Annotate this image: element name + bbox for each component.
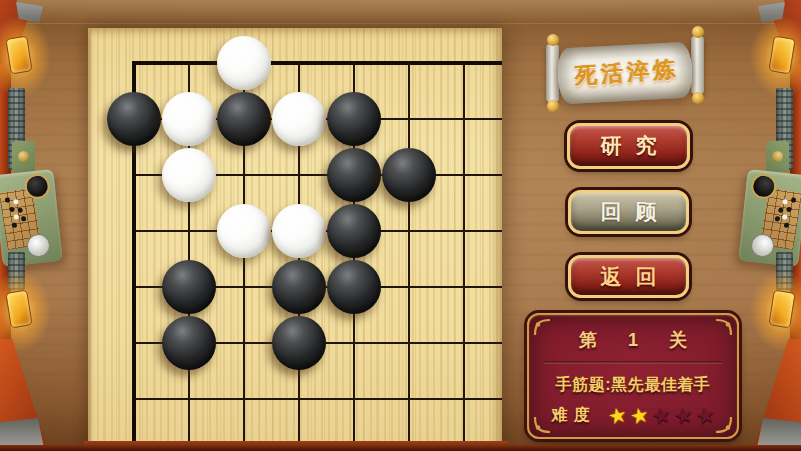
black-stone — [162, 260, 216, 314]
star-empty-icon: ★ — [650, 403, 673, 427]
study-button[interactable]: 研究 — [567, 123, 690, 169]
table-edge-highlight — [0, 0, 801, 24]
lantern-glow — [5, 290, 32, 329]
white-stone — [217, 204, 271, 258]
black-stone — [217, 92, 271, 146]
corner-flourish-icon — [532, 318, 552, 338]
white-stone — [217, 36, 271, 90]
lantern-glow — [5, 36, 32, 75]
white-stone — [162, 92, 216, 146]
white-stone-bowl-icon — [26, 233, 51, 258]
review-button[interactable]: 回顾 — [568, 190, 689, 234]
stone-bracket-icon — [0, 418, 44, 448]
level-number-text: 第 1 关 — [566, 328, 700, 352]
white-stone — [272, 204, 326, 258]
star-empty-icon: ★ — [694, 403, 717, 427]
panel-divider — [544, 361, 722, 364]
left-decoration — [0, 0, 86, 451]
white-stone — [162, 148, 216, 202]
lantern-icon — [1, 28, 37, 86]
table-front-edge — [0, 445, 801, 451]
black-stone — [272, 260, 326, 314]
lantern-icon — [764, 28, 800, 86]
difficulty-stars: ★★★★★ — [608, 405, 714, 426]
black-stone — [382, 148, 436, 202]
lantern-icon — [764, 282, 800, 340]
white-stone — [272, 92, 326, 146]
black-stone — [272, 316, 326, 370]
lantern-icon — [1, 282, 37, 340]
grid-line — [463, 63, 465, 451]
black-stone — [327, 260, 381, 314]
black-stone — [327, 204, 381, 258]
star-filled-icon: ★ — [628, 403, 651, 427]
black-stone — [327, 92, 381, 146]
difficulty-row: 难度 ★★★★★ — [551, 405, 714, 426]
go-board[interactable] — [88, 28, 502, 451]
back-button[interactable]: 返回 — [568, 255, 689, 298]
black-stone — [162, 316, 216, 370]
title-scroll: 死活淬炼 — [545, 32, 705, 112]
stone-bracket-icon — [757, 418, 801, 448]
pillar-knob-icon — [766, 141, 789, 172]
difficulty-label: 难度 — [551, 405, 595, 426]
problem-description: 手筋题:黑先最佳着手 — [556, 375, 710, 396]
star-filled-icon: ★ — [606, 403, 629, 427]
lantern-glow — [768, 290, 795, 329]
pillar-knob-icon — [12, 141, 35, 172]
game-screen: 死活淬炼 研究 回顾 返回 第 1 关 手筋题:黑先最佳着手 难度 ★★★★★ — [0, 0, 801, 451]
star-empty-icon: ★ — [672, 403, 695, 427]
lantern-glow — [768, 36, 795, 75]
corner-flourish-icon — [714, 318, 734, 338]
level-info-panel: 第 1 关 手筋题:黑先最佳着手 难度 ★★★★★ — [527, 313, 739, 439]
black-stone — [107, 92, 161, 146]
grid-line — [408, 63, 410, 451]
black-stone — [327, 148, 381, 202]
corner-flourish-icon — [532, 414, 552, 434]
